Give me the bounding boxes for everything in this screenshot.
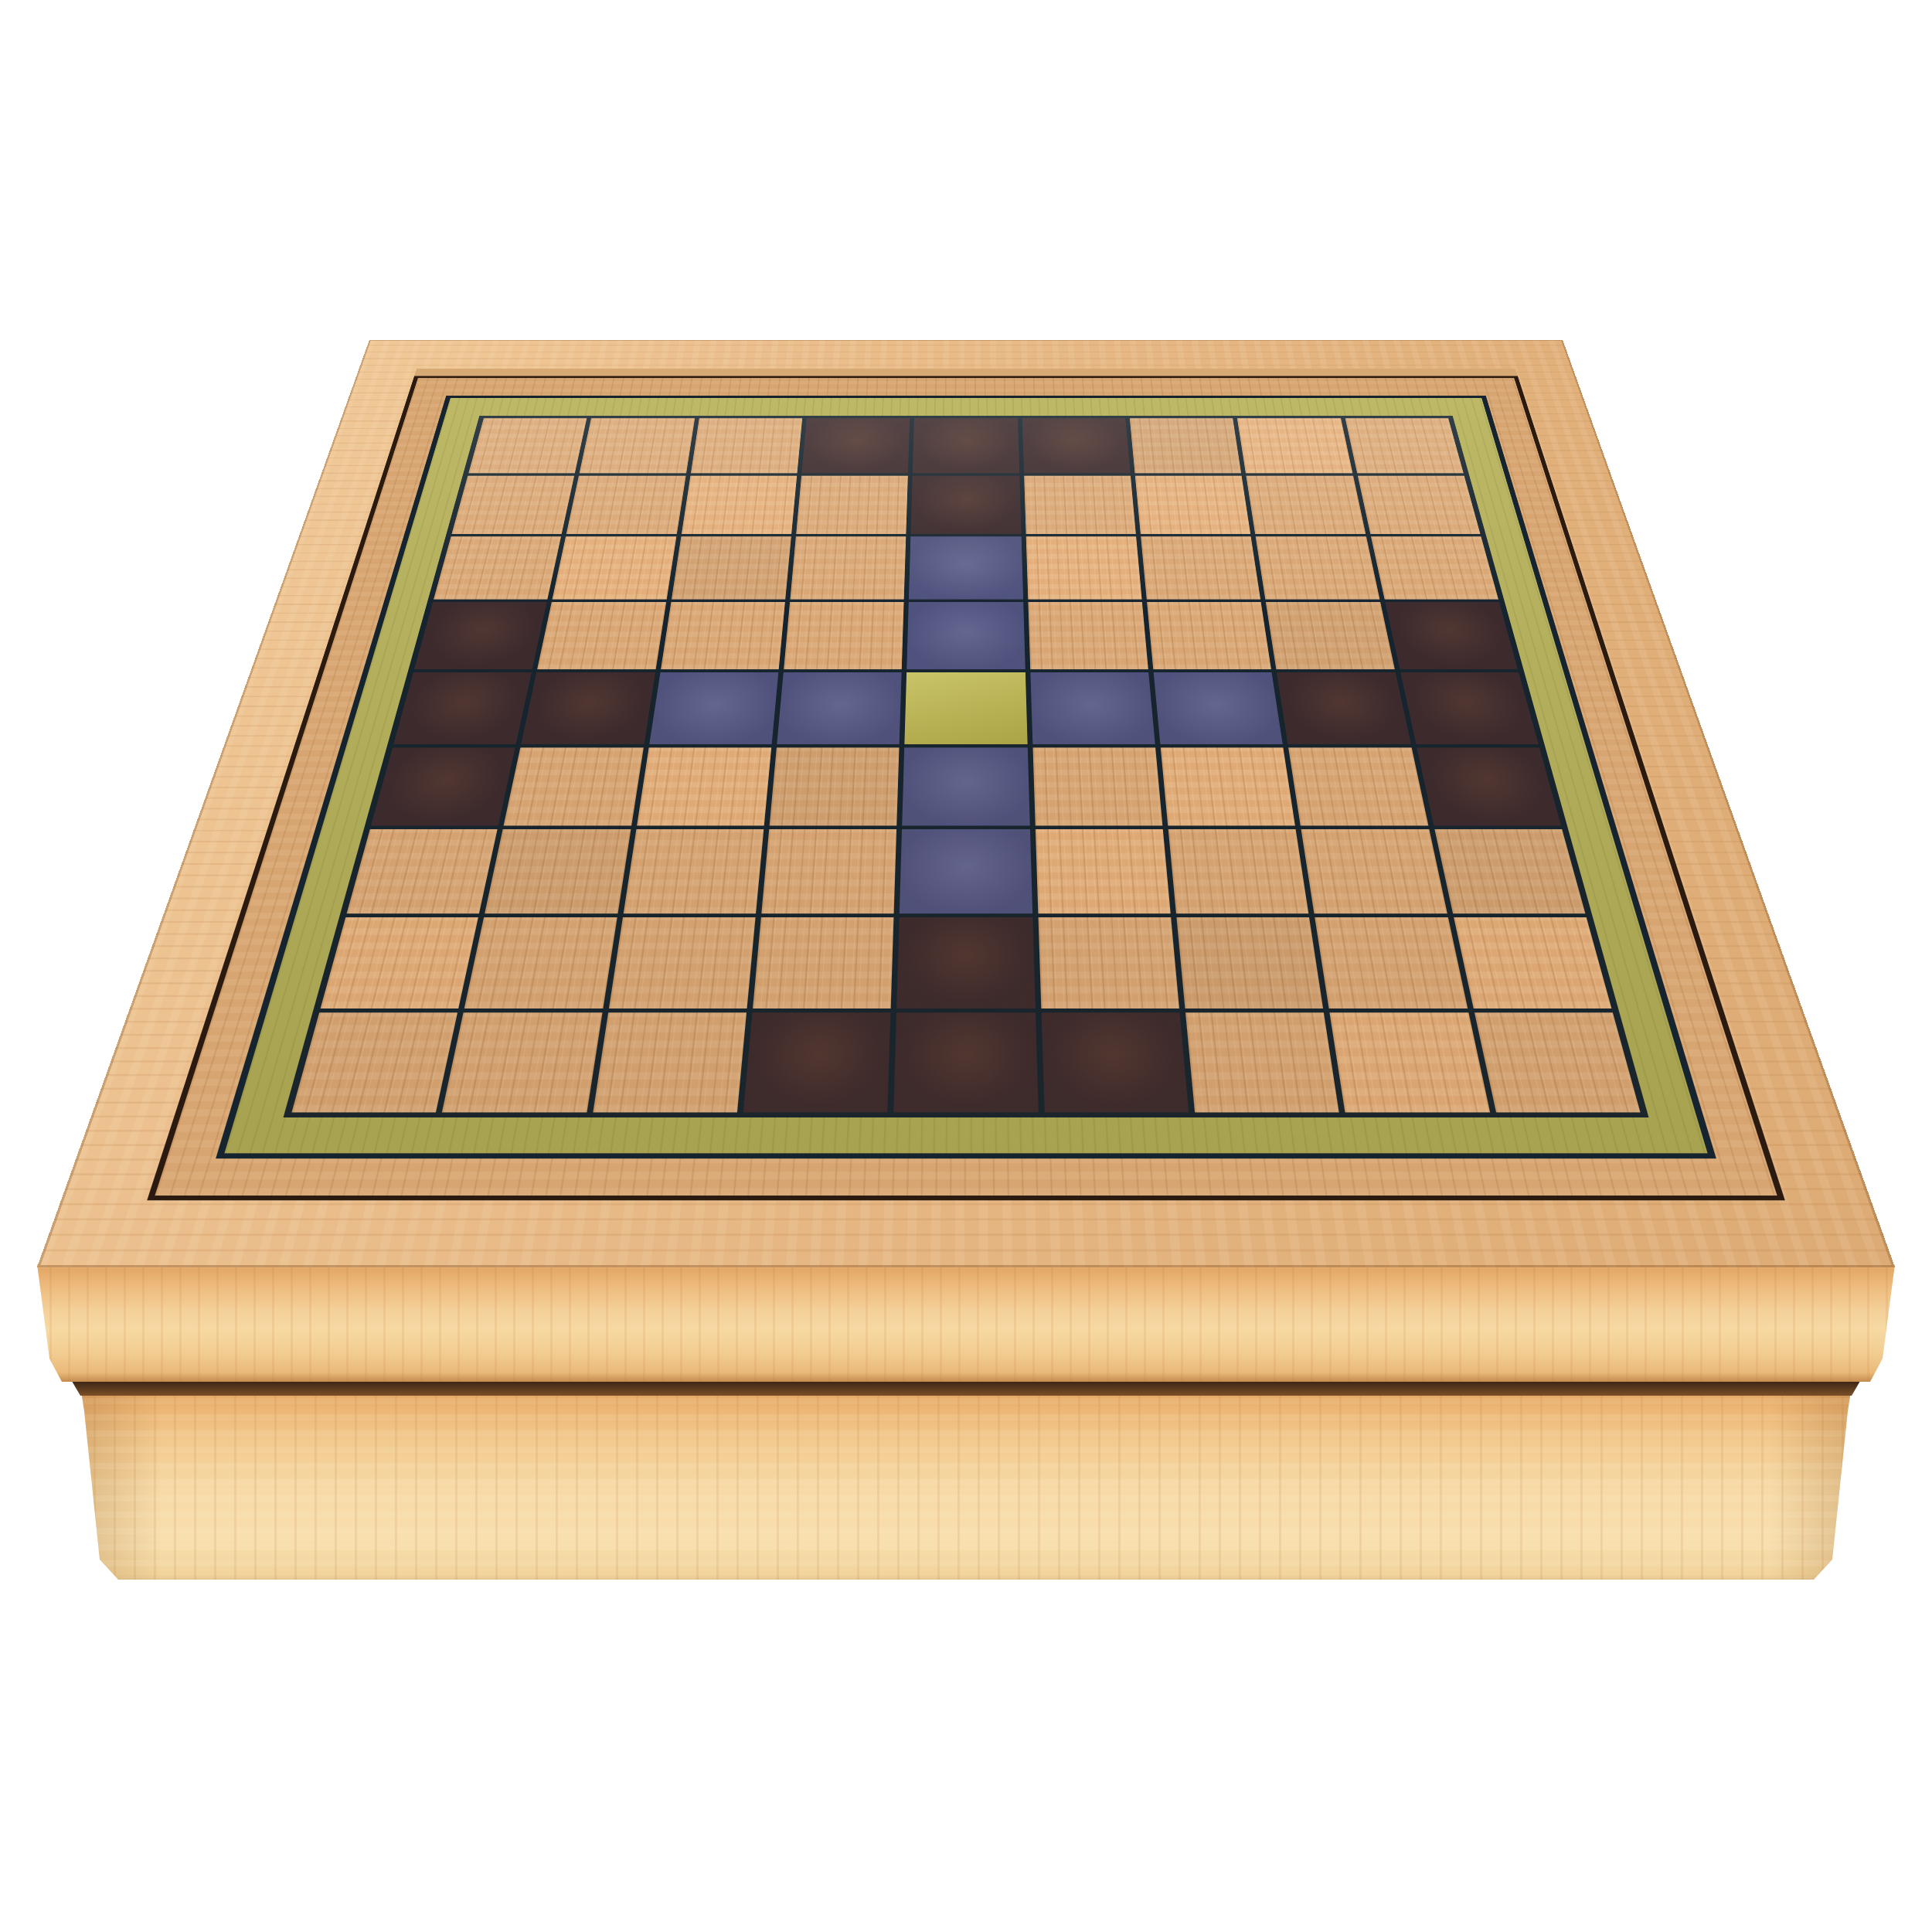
square-h1[interactable] bbox=[1330, 1013, 1490, 1113]
square-d6[interactable] bbox=[784, 602, 904, 669]
square-d1[interactable] bbox=[743, 1013, 891, 1113]
square-e9[interactable] bbox=[913, 418, 1019, 473]
square-f8[interactable] bbox=[1024, 475, 1136, 534]
square-i3[interactable] bbox=[1434, 829, 1585, 913]
square-g9[interactable] bbox=[1130, 418, 1242, 473]
square-d5[interactable] bbox=[777, 672, 902, 744]
square-f3[interactable] bbox=[1036, 829, 1171, 913]
square-i1[interactable] bbox=[1475, 1013, 1641, 1113]
square-i7[interactable] bbox=[1371, 537, 1498, 600]
tablut-board bbox=[284, 416, 1649, 1117]
square-a1[interactable] bbox=[291, 1013, 457, 1113]
square-g7[interactable] bbox=[1141, 537, 1260, 600]
square-b4[interactable] bbox=[504, 748, 644, 826]
square-e8[interactable] bbox=[911, 475, 1022, 534]
lid-top bbox=[37, 340, 1895, 1267]
scene bbox=[0, 0, 1932, 1932]
square-h2[interactable] bbox=[1315, 917, 1468, 1009]
lid-front-edge bbox=[31, 1261, 1901, 1385]
square-a5[interactable] bbox=[393, 672, 532, 744]
square-h4[interactable] bbox=[1288, 748, 1428, 826]
square-g6[interactable] bbox=[1147, 602, 1271, 669]
square-e3[interactable] bbox=[900, 829, 1032, 913]
square-g5[interactable] bbox=[1154, 672, 1283, 744]
square-c9[interactable] bbox=[691, 418, 803, 473]
square-a4[interactable] bbox=[371, 748, 515, 826]
square-h3[interactable] bbox=[1301, 829, 1447, 913]
square-d4[interactable] bbox=[770, 748, 900, 826]
square-a8[interactable] bbox=[451, 475, 574, 534]
gold-border-band bbox=[224, 398, 1707, 1153]
square-c4[interactable] bbox=[637, 748, 771, 826]
square-i8[interactable] bbox=[1358, 475, 1481, 534]
square-b3[interactable] bbox=[485, 829, 631, 913]
square-a6[interactable] bbox=[414, 602, 547, 669]
square-e7[interactable] bbox=[909, 537, 1023, 600]
square-a7[interactable] bbox=[434, 537, 561, 600]
square-c6[interactable] bbox=[661, 602, 785, 669]
square-d8[interactable] bbox=[796, 475, 908, 534]
square-c5[interactable] bbox=[649, 672, 778, 744]
square-c1[interactable] bbox=[593, 1013, 747, 1113]
square-i2[interactable] bbox=[1454, 917, 1612, 1009]
square-e4[interactable] bbox=[903, 748, 1030, 826]
square-h5[interactable] bbox=[1277, 672, 1410, 744]
square-d9[interactable] bbox=[801, 418, 910, 473]
wood-frame bbox=[37, 340, 1895, 1267]
square-i9[interactable] bbox=[1345, 418, 1463, 473]
box-base-front bbox=[73, 1389, 1859, 1583]
square-c3[interactable] bbox=[623, 829, 764, 913]
square-f1[interactable] bbox=[1041, 1013, 1189, 1113]
square-b2[interactable] bbox=[464, 917, 617, 1009]
square-f7[interactable] bbox=[1026, 537, 1141, 600]
square-a9[interactable] bbox=[468, 418, 587, 473]
square-d3[interactable] bbox=[761, 829, 896, 913]
square-i6[interactable] bbox=[1385, 602, 1518, 669]
square-h9[interactable] bbox=[1237, 418, 1352, 473]
square-c2[interactable] bbox=[609, 917, 756, 1009]
square-f6[interactable] bbox=[1028, 602, 1148, 669]
square-f9[interactable] bbox=[1022, 418, 1130, 473]
square-c8[interactable] bbox=[682, 475, 798, 534]
square-a3[interactable] bbox=[347, 829, 498, 913]
square-b8[interactable] bbox=[566, 475, 685, 534]
square-h6[interactable] bbox=[1266, 602, 1394, 669]
frame-recess-seam bbox=[147, 369, 1785, 1200]
square-g2[interactable] bbox=[1176, 917, 1323, 1009]
square-g4[interactable] bbox=[1161, 748, 1295, 826]
square-b1[interactable] bbox=[442, 1013, 602, 1113]
square-e6[interactable] bbox=[907, 602, 1026, 669]
square-f5[interactable] bbox=[1030, 672, 1155, 744]
square-d2[interactable] bbox=[753, 917, 894, 1009]
square-a2[interactable] bbox=[321, 917, 479, 1009]
square-d7[interactable] bbox=[790, 537, 906, 600]
square-b9[interactable] bbox=[580, 418, 695, 473]
square-b5[interactable] bbox=[521, 672, 655, 744]
gold-band-pinstripe bbox=[216, 396, 1716, 1158]
square-f2[interactable] bbox=[1038, 917, 1179, 1009]
square-b7[interactable] bbox=[553, 537, 676, 600]
square-g8[interactable] bbox=[1135, 475, 1251, 534]
square-e1[interactable] bbox=[894, 1013, 1039, 1113]
board-margin bbox=[155, 378, 1777, 1196]
square-c7[interactable] bbox=[672, 537, 791, 600]
square-b6[interactable] bbox=[537, 602, 665, 669]
square-f4[interactable] bbox=[1032, 748, 1162, 826]
square-e5[interactable] bbox=[905, 672, 1028, 744]
square-g3[interactable] bbox=[1168, 829, 1309, 913]
square-i4[interactable] bbox=[1417, 748, 1561, 826]
square-e2[interactable] bbox=[897, 917, 1036, 1009]
square-i5[interactable] bbox=[1400, 672, 1539, 744]
square-h8[interactable] bbox=[1247, 475, 1366, 534]
square-h7[interactable] bbox=[1256, 537, 1379, 600]
square-g1[interactable] bbox=[1185, 1013, 1339, 1113]
